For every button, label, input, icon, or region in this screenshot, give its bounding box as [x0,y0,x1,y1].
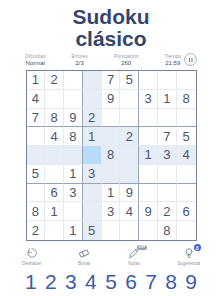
cell-r7c3[interactable]: 3 [64,184,83,203]
cell-r2c9[interactable]: 8 [177,90,196,109]
numpad-5[interactable]: 5 [105,270,117,293]
stats-bar: Dificultad Normal Errores 2/3 Puntuación… [25,53,197,66]
cell-r2c5[interactable]: 9 [102,90,121,109]
cell-r5c5[interactable]: 8 [102,146,121,165]
cell-r2c2[interactable] [45,90,64,109]
hint-button[interactable]: 8 Sugerencia [177,247,200,266]
cell-r2c7[interactable]: 3 [139,90,158,109]
cell-r8c3[interactable] [64,202,83,221]
cell-r2c3[interactable] [64,90,83,109]
time-value: 21:59 [165,60,180,66]
cell-r3c3[interactable]: 9 [64,109,83,128]
cell-r9c5[interactable] [102,221,121,240]
cell-r2c8[interactable]: 1 [158,90,177,109]
cell-r1c6[interactable]: 5 [120,71,139,90]
cell-r9c3[interactable]: 1 [64,221,83,240]
cell-r7c6[interactable]: 9 [120,184,139,203]
cell-r1c2[interactable]: 2 [45,71,64,90]
cell-r9c2[interactable] [45,221,64,240]
cell-r3c5[interactable] [102,109,121,128]
hint-label: Sugerencia [177,261,200,266]
cell-r4c1[interactable] [27,127,46,146]
cell-r8c1[interactable]: 8 [27,202,46,221]
cell-r6c4[interactable]: 3 [83,165,102,184]
cell-r6c7[interactable] [139,165,158,184]
eraser-icon [77,247,91,259]
cell-r1c5[interactable]: 7 [102,71,121,90]
cell-r6c1[interactable]: 5 [27,165,46,184]
numpad-6[interactable]: 6 [125,270,137,293]
difficulty-value: Normal [26,60,45,66]
cell-r6c5[interactable] [102,165,121,184]
cell-r5c7[interactable]: 1 [139,146,158,165]
cell-r7c8[interactable] [158,184,177,203]
score-value: 260 [121,60,131,66]
cell-r2c1[interactable]: 4 [27,90,46,109]
cell-r4c6[interactable]: 2 [120,127,139,146]
cell-r4c4[interactable]: 1 [83,127,102,146]
numpad-1[interactable]: 1 [25,270,37,293]
cell-r1c9[interactable] [177,71,196,90]
notes-label: Notas [128,261,140,266]
cell-r4c3[interactable]: 8 [64,127,83,146]
page-title: Sudoku clásico [36,6,186,50]
cell-r1c4[interactable] [83,71,102,90]
pause-icon [189,58,191,62]
cell-r7c5[interactable]: 1 [102,184,121,203]
cell-r5c4[interactable] [83,146,102,165]
numpad-2[interactable]: 2 [45,270,57,293]
cell-r8c2[interactable]: 1 [45,202,64,221]
bulb-icon: 8 [182,247,196,259]
cell-r6c3[interactable]: 1 [64,165,83,184]
undo-icon [25,247,39,259]
toolbar: Deshacer Borrar OFF Notas [22,247,200,266]
cell-r1c1[interactable]: 1 [27,71,46,90]
cell-r4c7[interactable] [139,127,158,146]
cell-r3c1[interactable]: 7 [27,109,46,128]
errors-label: Errores [71,53,87,59]
cell-r8c6[interactable]: 4 [120,202,139,221]
stat-time: Tiempo 21:59 [165,53,198,66]
numpad-4[interactable]: 4 [85,270,97,293]
numpad: 1 2 3 4 5 6 7 8 9 [25,270,197,293]
numpad-9[interactable]: 9 [185,270,197,293]
score-label: Puntuación [114,53,139,59]
cell-r6c6[interactable] [120,165,139,184]
cell-r9c1[interactable]: 2 [27,221,46,240]
stat-difficulty: Dificultad Normal [25,53,46,66]
cell-r5c9[interactable]: 4 [177,146,196,165]
undo-label: Deshacer [22,261,41,266]
cell-r6c8[interactable] [158,165,177,184]
cell-r3c8[interactable] [158,109,177,128]
sudoku-board: 1275493187892481275813451363198134926215… [26,70,197,241]
cell-r5c8[interactable]: 3 [158,146,177,165]
cell-r2c4[interactable] [83,90,102,109]
cell-r3c2[interactable]: 8 [45,109,64,128]
cell-r9c7[interactable] [139,221,158,240]
cell-r1c3[interactable] [64,71,83,90]
cell-r6c2[interactable] [45,165,64,184]
notes-button[interactable]: OFF Notas [127,247,141,266]
cell-r9c6[interactable] [120,221,139,240]
app-root: Sudoku clásico Dificultad Normal Errores… [0,6,222,296]
cell-r4c9[interactable]: 5 [177,127,196,146]
numpad-8[interactable]: 8 [165,270,177,293]
cell-r4c2[interactable]: 4 [45,127,64,146]
difficulty-label: Dificultad [25,53,46,59]
cell-r5c1[interactable] [27,146,46,165]
cell-r7c7[interactable] [139,184,158,203]
cell-r5c2[interactable] [45,146,64,165]
cell-r3c6[interactable] [120,109,139,128]
cell-r8c5[interactable]: 3 [102,202,121,221]
hint-badge: 8 [194,244,201,251]
erase-label: Borrar [78,261,91,266]
numpad-7[interactable]: 7 [145,270,157,293]
errors-value: 2/3 [75,60,83,66]
cell-r9c8[interactable]: 8 [158,221,177,240]
erase-button[interactable]: Borrar [77,247,91,266]
cell-r6c9[interactable] [177,165,196,184]
cell-r3c7[interactable] [139,109,158,128]
stat-errors: Errores 2/3 [71,53,87,66]
cell-r4c5[interactable] [102,127,121,146]
cell-r2c6[interactable] [120,90,139,109]
cell-r8c8[interactable]: 2 [158,202,177,221]
cell-r3c9[interactable] [177,109,196,128]
cell-r7c4[interactable] [83,184,102,203]
cell-r8c9[interactable]: 6 [177,202,196,221]
cell-r1c7[interactable] [139,71,158,90]
cell-r8c4[interactable] [83,202,102,221]
pause-button[interactable] [184,53,197,66]
cell-r5c6[interactable] [120,146,139,165]
cell-r4c8[interactable]: 7 [158,127,177,146]
pencil-icon: OFF [127,247,141,259]
undo-button[interactable]: Deshacer [22,247,41,266]
time-label: Tiempo [165,53,182,59]
cell-r1c8[interactable] [158,71,177,90]
stat-score: Puntuación 260 [114,53,139,66]
notes-badge: OFF [137,245,147,250]
cell-r9c4[interactable]: 5 [83,221,102,240]
cell-r7c2[interactable]: 6 [45,184,64,203]
cell-r7c9[interactable] [177,184,196,203]
cell-r3c4[interactable]: 2 [83,109,102,128]
cell-r7c1[interactable] [27,184,46,203]
cell-r8c7[interactable]: 9 [139,202,158,221]
cell-r5c3[interactable] [64,146,83,165]
cell-r9c9[interactable] [177,221,196,240]
numpad-3[interactable]: 3 [65,270,77,293]
